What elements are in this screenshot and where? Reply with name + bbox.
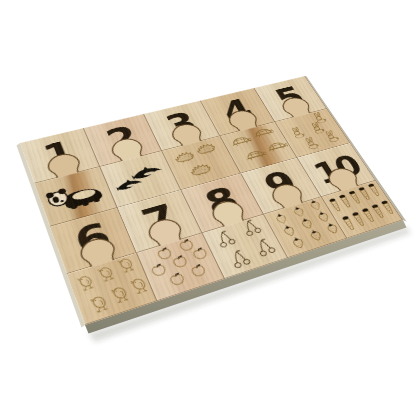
- icon-chick: [117, 256, 136, 274]
- number-label-6: 6: [69, 214, 118, 264]
- icon-rabbit: [312, 112, 327, 124]
- icon-apple: [169, 271, 185, 285]
- icon-chick: [89, 294, 109, 314]
- icon-turtle: [253, 127, 275, 138]
- icon-apple: [190, 263, 206, 277]
- icon-strawberry: [325, 222, 339, 234]
- number-label-9: 9: [257, 163, 305, 206]
- icon-carrot: [371, 204, 385, 218]
- icon-chick: [97, 264, 116, 282]
- icon-carrot: [339, 194, 352, 208]
- icon-carrot: [348, 190, 361, 203]
- icon-cherry: [229, 249, 251, 268]
- icon-turtle: [244, 149, 268, 161]
- icon-chick: [110, 284, 130, 304]
- number-label-8: 8: [198, 179, 246, 224]
- icon-strawberry: [282, 224, 296, 237]
- number-label-4: 4: [216, 93, 260, 130]
- icon-strawberry: [316, 210, 330, 222]
- number-label-1: 1: [38, 133, 83, 175]
- product-photo-wooden-counting-puzzle: 12345678910: [0, 0, 416, 416]
- icon-cherry: [241, 218, 262, 236]
- number-label-3: 3: [160, 105, 204, 144]
- icon-hedgehog: [195, 142, 216, 155]
- number-label-2: 2: [101, 119, 145, 159]
- icon-turtle: [230, 135, 253, 146]
- icon-strawberry: [300, 217, 314, 229]
- number-label-7: 7: [136, 196, 185, 244]
- icon-rabbit: [324, 129, 340, 142]
- icon-rabbit: [304, 136, 320, 149]
- icon-carrot: [361, 208, 375, 222]
- icon-strawberry: [274, 212, 287, 224]
- icon-carrot: [352, 211, 366, 226]
- icon-carrot: [342, 215, 356, 230]
- icon-apple: [156, 246, 172, 260]
- icon-rabbit: [290, 126, 305, 138]
- number-label-5: 5: [269, 80, 313, 115]
- icon-cherry: [215, 229, 236, 247]
- icon-carrot: [358, 187, 371, 200]
- icon-strawberry: [308, 199, 321, 210]
- icon-strawberry: [292, 205, 305, 217]
- icon-panda: [45, 179, 105, 214]
- icon-strawberry: [291, 236, 305, 249]
- icon-chick: [76, 273, 95, 292]
- icon-cherry: [254, 237, 276, 256]
- icon-dolphin: [114, 176, 143, 191]
- icon-dolphin: [129, 163, 163, 180]
- icon-rabbit: [310, 122, 325, 134]
- icon-turtle: [266, 140, 289, 152]
- icon-apple: [150, 262, 166, 276]
- icon-strawberry: [309, 228, 323, 241]
- icon-carrot: [329, 198, 342, 212]
- icon-apple: [178, 238, 194, 251]
- icon-chick: [129, 276, 149, 295]
- icon-carrot: [368, 183, 381, 196]
- icon-hedgehog: [174, 151, 196, 164]
- icon-apple: [192, 246, 208, 259]
- icon-apple: [172, 254, 188, 268]
- icon-hedgehog: [189, 163, 212, 177]
